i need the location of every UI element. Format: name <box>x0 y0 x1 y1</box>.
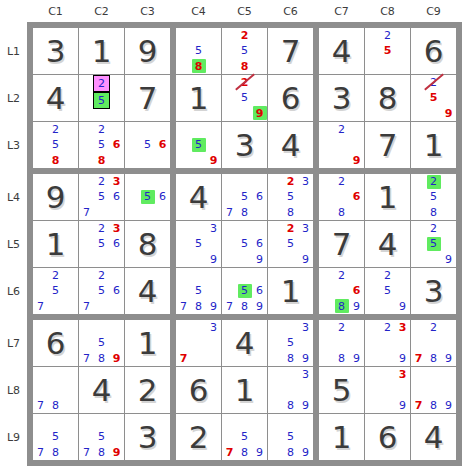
candidate-9[interactable]: 9 <box>253 252 267 266</box>
candidate-3[interactable]: 3 <box>110 222 124 236</box>
pencil-marks: 2689 <box>319 268 364 314</box>
candidate-8[interactable]: 8 <box>192 59 206 73</box>
cell-value: 2 <box>138 375 158 406</box>
candidate-5[interactable]: 5 <box>192 237 206 251</box>
cell-L4C4[interactable]: 4 <box>176 174 221 220</box>
candidate-7[interactable]: 7 <box>223 205 237 219</box>
candidate-8[interactable]: 8 <box>284 351 298 365</box>
cell-L5C7[interactable]: 7 <box>319 221 364 267</box>
cell-L2C8[interactable]: 8 <box>365 75 410 121</box>
candidate-9[interactable]: 9 <box>253 106 267 120</box>
candidate-6[interactable]: 6 <box>253 284 267 298</box>
candidate-7[interactable]: 7 <box>412 351 426 365</box>
candidate-7[interactable]: 7 <box>177 299 191 313</box>
cell-L5C8[interactable]: 4 <box>365 221 410 267</box>
cell-L7C7[interactable]: 289 <box>319 320 364 366</box>
candidate-5[interactable]: 5 <box>427 91 441 105</box>
cell-value: 1 <box>424 130 444 161</box>
cell-value: 1 <box>46 229 66 260</box>
cell-value: 1 <box>378 182 398 213</box>
candidate-8[interactable]: 8 <box>284 205 298 219</box>
candidate-9[interactable]: 9 <box>396 299 410 313</box>
pencil-marks: 259 <box>222 75 267 121</box>
cell-L6C9[interactable]: 3 <box>411 268 456 314</box>
candidate-5[interactable]: 5 <box>238 44 252 58</box>
candidate-9[interactable]: 9 <box>253 299 267 313</box>
candidate-3[interactable]: 3 <box>299 222 313 236</box>
cell-value: 6 <box>46 328 66 359</box>
cell-value: 5 <box>332 375 352 406</box>
candidate-9[interactable]: 9 <box>442 106 456 120</box>
cell-L7C4[interactable]: 37 <box>176 320 221 366</box>
row-label-L6: L6 <box>0 268 27 314</box>
column-label-C3: C3 <box>125 0 170 22</box>
candidate-9[interactable]: 9 <box>299 398 313 412</box>
candidate-3[interactable]: 3 <box>110 175 124 189</box>
row-label-L3: L3 <box>0 122 27 168</box>
candidate-8[interactable]: 8 <box>335 299 349 313</box>
pencil-marks: 5678 <box>222 174 267 220</box>
cell-value: 6 <box>378 422 398 453</box>
cell-L3C3[interactable]: 56 <box>125 122 170 168</box>
candidate-6[interactable]: 6 <box>156 190 170 204</box>
candidate-3[interactable]: 3 <box>396 368 410 382</box>
cell-L1C8[interactable]: 25 <box>365 28 410 74</box>
candidate-9[interactable]: 9 <box>299 445 313 459</box>
candidate-9[interactable]: 9 <box>207 299 221 313</box>
pencil-marks: 239 <box>365 320 410 366</box>
cell-L7C9[interactable]: 2789 <box>411 320 456 366</box>
candidate-9[interactable]: 9 <box>350 153 364 167</box>
pencil-marks: 258 <box>33 122 78 168</box>
cell-L2C3[interactable]: 7 <box>125 75 170 121</box>
candidate-6[interactable]: 6 <box>350 284 364 298</box>
cell-L3C6[interactable]: 4 <box>268 122 313 168</box>
candidate-3[interactable]: 3 <box>207 222 221 236</box>
pencil-marks: 5789 <box>222 414 267 460</box>
candidate-8[interactable]: 8 <box>95 153 109 167</box>
cell-value: 4 <box>46 83 66 114</box>
cell-L6C5[interactable]: 56789 <box>222 268 267 314</box>
candidate-2[interactable]: 2 <box>49 269 63 283</box>
candidate-5[interactable]: 5 <box>192 44 206 58</box>
cell-L8C2[interactable]: 4 <box>79 367 124 413</box>
pencil-marks: 2789 <box>411 320 456 366</box>
candidate-9[interactable]: 9 <box>110 351 124 365</box>
candidate-5[interactable]: 5 <box>95 284 109 298</box>
candidate-2[interactable]: 2 <box>335 175 349 189</box>
cell-L8C1[interactable]: 78 <box>33 367 78 413</box>
cell-L2C5[interactable]: 259 <box>222 75 267 121</box>
pencil-marks: 39 <box>365 367 410 413</box>
candidate-8[interactable]: 8 <box>427 205 441 219</box>
cell-L1C3[interactable]: 9 <box>125 28 170 74</box>
cell-L1C6[interactable]: 7 <box>268 28 313 74</box>
pencil-marks: 2358 <box>268 174 313 220</box>
candidate-6[interactable]: 6 <box>253 190 267 204</box>
pencil-marks: 259 <box>411 75 456 121</box>
candidate-3[interactable]: 3 <box>207 321 221 335</box>
cell-L2C7[interactable]: 3 <box>319 75 364 121</box>
candidate-7[interactable]: 7 <box>80 351 94 365</box>
candidate-2[interactable]: 2 <box>381 29 395 43</box>
cell-L3C8[interactable]: 7 <box>365 122 410 168</box>
candidate-5[interactable]: 5 <box>284 237 298 251</box>
candidate-6[interactable]: 6 <box>156 138 170 152</box>
candidate-5[interactable]: 5 <box>238 237 252 251</box>
candidate-7[interactable]: 7 <box>412 398 426 412</box>
pencil-marks: 2359 <box>268 221 313 267</box>
row-labels: L1L2L3L4L5L6L7L8L9 <box>0 28 27 460</box>
pencil-marks: 37 <box>176 320 221 366</box>
cell-L9C8[interactable]: 6 <box>365 414 410 460</box>
candidate-7[interactable]: 7 <box>34 299 48 313</box>
cell-value: 4 <box>92 375 112 406</box>
candidate-5[interactable]: 5 <box>49 284 63 298</box>
cell-L4C8[interactable]: 1 <box>365 174 410 220</box>
column-label-C1: C1 <box>33 0 78 22</box>
candidate-5[interactable]: 5 <box>238 190 252 204</box>
candidate-2[interactable]: 2 <box>238 76 252 90</box>
pencil-marks: 2568 <box>79 122 124 168</box>
cell-L7C5[interactable]: 4 <box>222 320 267 366</box>
cell-L8C3[interactable]: 2 <box>125 367 170 413</box>
candidate-9[interactable]: 9 <box>299 252 313 266</box>
pencil-marks: 259 <box>365 268 410 314</box>
candidate-2[interactable]: 2 <box>238 29 252 43</box>
pencil-marks: 789 <box>411 367 456 413</box>
cell-L3C2[interactable]: 2568 <box>79 122 124 168</box>
pencil-marks: 268 <box>319 174 364 220</box>
cell-value: 1 <box>235 375 255 406</box>
candidate-5[interactable]: 5 <box>141 190 155 204</box>
candidate-2[interactable]: 2 <box>381 321 395 335</box>
row-label-L5: L5 <box>0 221 27 267</box>
cell-L7C6[interactable]: 3589 <box>268 320 313 366</box>
cell-L9C1[interactable]: 578 <box>33 414 78 460</box>
cell-L2C1[interactable]: 4 <box>33 75 78 121</box>
row-label-L4: L4 <box>0 174 27 220</box>
cell-value: 3 <box>235 130 255 161</box>
pencil-marks: 59 <box>176 122 221 168</box>
candidate-3[interactable]: 3 <box>299 368 313 382</box>
candidate-5[interactable]: 5 <box>284 336 298 350</box>
cell-L5C2[interactable]: 2356 <box>79 221 124 267</box>
candidate-5[interactable]: 5 <box>95 138 109 152</box>
candidate-5[interactable]: 5 <box>93 92 110 109</box>
pencil-marks: 569 <box>222 221 267 267</box>
pencil-marks: 258 <box>222 28 267 74</box>
candidate-5[interactable]: 5 <box>284 190 298 204</box>
pencil-marks: 589 <box>268 414 313 460</box>
candidate-9[interactable]: 9 <box>110 445 124 459</box>
candidate-2[interactable]: 2 <box>427 76 441 90</box>
cell-L3C9[interactable]: 1 <box>411 122 456 168</box>
pencil-marks: 5789 <box>79 320 124 366</box>
candidate-5[interactable]: 5 <box>427 237 441 251</box>
pencil-marks: 25 <box>79 75 124 121</box>
cell-value: 9 <box>46 182 66 213</box>
cell-L1C5[interactable]: 258 <box>222 28 267 74</box>
cell-value: 7 <box>138 83 158 114</box>
candidate-9[interactable]: 9 <box>396 398 410 412</box>
candidate-6[interactable]: 6 <box>110 284 124 298</box>
row-label-L9: L9 <box>0 414 27 460</box>
candidate-8[interactable]: 8 <box>335 351 349 365</box>
cell-L1C2[interactable]: 1 <box>79 28 124 74</box>
candidate-2[interactable]: 2 <box>93 75 110 92</box>
row-label-L2: L2 <box>0 75 27 121</box>
cell-L3C7[interactable]: 29 <box>319 122 364 168</box>
candidate-2[interactable]: 2 <box>427 222 441 236</box>
candidate-8[interactable]: 8 <box>238 59 252 73</box>
candidate-8[interactable]: 8 <box>238 299 252 313</box>
candidate-8[interactable]: 8 <box>427 398 441 412</box>
row-label-L1: L1 <box>0 28 27 74</box>
pencil-marks: 3589 <box>268 320 313 366</box>
cell-value: 4 <box>424 422 444 453</box>
candidate-2[interactable]: 2 <box>427 321 441 335</box>
cell-L8C9[interactable]: 789 <box>411 367 456 413</box>
candidate-5[interactable]: 5 <box>381 44 395 58</box>
cell-L6C3[interactable]: 4 <box>125 268 170 314</box>
candidate-5[interactable]: 5 <box>95 430 109 444</box>
cell-L6C6[interactable]: 1 <box>268 268 313 314</box>
candidate-5[interactable]: 5 <box>284 430 298 444</box>
candidate-2[interactable]: 2 <box>335 123 349 137</box>
candidate-9[interactable]: 9 <box>396 351 410 365</box>
candidate-9[interactable]: 9 <box>442 398 456 412</box>
candidate-2[interactable]: 2 <box>335 269 349 283</box>
candidate-2[interactable]: 2 <box>427 175 441 189</box>
cell-L9C5[interactable]: 5789 <box>222 414 267 460</box>
cell-L6C1[interactable]: 257 <box>33 268 78 314</box>
cell-L9C2[interactable]: 5789 <box>79 414 124 460</box>
candidate-7[interactable]: 7 <box>80 445 94 459</box>
cell-L8C6[interactable]: 389 <box>268 367 313 413</box>
candidate-5[interactable]: 5 <box>192 138 206 152</box>
cell-value: 1 <box>332 422 352 453</box>
cell-value: 8 <box>378 83 398 114</box>
candidate-5[interactable]: 5 <box>141 138 155 152</box>
cell-L7C3[interactable]: 1 <box>125 320 170 366</box>
candidate-3[interactable]: 3 <box>396 321 410 335</box>
cell-L1C9[interactable]: 6 <box>411 28 456 74</box>
candidate-6[interactable]: 6 <box>110 138 124 152</box>
cell-L9C4[interactable]: 2 <box>176 414 221 460</box>
candidate-8[interactable]: 8 <box>238 205 252 219</box>
row-label-L8: L8 <box>0 367 27 413</box>
cell-value: 4 <box>189 182 209 213</box>
candidate-5[interactable]: 5 <box>49 430 63 444</box>
column-label-C6: C6 <box>268 0 313 22</box>
pencil-marks: 58 <box>176 28 221 74</box>
cell-L8C5[interactable]: 1 <box>222 367 267 413</box>
cell-L9C9[interactable]: 4 <box>411 414 456 460</box>
candidate-2[interactable]: 2 <box>95 269 109 283</box>
candidate-7[interactable]: 7 <box>34 445 48 459</box>
candidate-2[interactable]: 2 <box>95 175 109 189</box>
column-label-C4: C4 <box>176 0 221 22</box>
cell-value: 3 <box>424 276 444 307</box>
pencil-marks: 2567 <box>79 268 124 314</box>
cell-L4C5[interactable]: 5678 <box>222 174 267 220</box>
candidate-8[interactable]: 8 <box>427 351 441 365</box>
cell-L2C2[interactable]: 25 <box>79 75 124 121</box>
cell-L5C5[interactable]: 569 <box>222 221 267 267</box>
candidate-6[interactable]: 6 <box>110 237 124 251</box>
candidate-5[interactable]: 5 <box>238 91 252 105</box>
cell-value: 9 <box>138 36 158 67</box>
candidate-2[interactable]: 2 <box>95 123 109 137</box>
candidate-8[interactable]: 8 <box>284 398 298 412</box>
candidate-8[interactable]: 8 <box>238 445 252 459</box>
candidate-7[interactable]: 7 <box>80 205 94 219</box>
candidate-6[interactable]: 6 <box>110 190 124 204</box>
candidate-8[interactable]: 8 <box>49 445 63 459</box>
cell-L9C6[interactable]: 589 <box>268 414 313 460</box>
cell-value: 4 <box>235 328 255 359</box>
candidate-7[interactable]: 7 <box>34 398 48 412</box>
candidate-9[interactable]: 9 <box>299 351 313 365</box>
candidate-8[interactable]: 8 <box>284 445 298 459</box>
cell-L5C4[interactable]: 359 <box>176 221 221 267</box>
cell-L1C7[interactable]: 4 <box>319 28 364 74</box>
cell-value: 1 <box>138 328 158 359</box>
cell-L6C4[interactable]: 5789 <box>176 268 221 314</box>
candidate-5[interactable]: 5 <box>427 190 441 204</box>
cell-L7C8[interactable]: 239 <box>365 320 410 366</box>
candidate-9[interactable]: 9 <box>207 153 221 167</box>
pencil-marks: 258 <box>411 174 456 220</box>
candidate-5[interactable]: 5 <box>238 430 252 444</box>
candidate-7[interactable]: 7 <box>177 351 191 365</box>
candidate-5[interactable]: 5 <box>238 284 252 298</box>
candidate-2[interactable]: 2 <box>284 222 298 236</box>
cell-value: 2 <box>189 422 209 453</box>
candidate-9[interactable]: 9 <box>207 252 221 266</box>
cell-L1C4[interactable]: 58 <box>176 28 221 74</box>
column-label-C5: C5 <box>222 0 267 22</box>
candidate-9[interactable]: 9 <box>350 299 364 313</box>
candidate-5[interactable]: 5 <box>381 284 395 298</box>
cell-L1C1[interactable]: 3 <box>33 28 78 74</box>
pencil-marks: 578 <box>33 414 78 460</box>
candidate-8[interactable]: 8 <box>192 299 206 313</box>
candidate-3[interactable]: 3 <box>299 321 313 335</box>
candidate-7[interactable]: 7 <box>223 299 237 313</box>
sudoku-app-window: C1C2C3C4C5C6C7C8C9 L1L2L3L4L5L6L7L8L9 31… <box>0 0 467 472</box>
cell-L2C6[interactable]: 6 <box>268 75 313 121</box>
cell-L6C8[interactable]: 259 <box>365 268 410 314</box>
candidate-7[interactable]: 7 <box>80 299 94 313</box>
candidate-5[interactable]: 5 <box>192 284 206 298</box>
cell-value: 4 <box>332 36 352 67</box>
column-labels: C1C2C3C4C5C6C7C8C9 <box>33 0 456 22</box>
cell-L4C6[interactable]: 2358 <box>268 174 313 220</box>
cell-L7C2[interactable]: 5789 <box>79 320 124 366</box>
cell-value: 3 <box>332 83 352 114</box>
candidate-7[interactable]: 7 <box>223 445 237 459</box>
cell-L4C2[interactable]: 23567 <box>79 174 124 220</box>
candidate-9[interactable]: 9 <box>253 445 267 459</box>
cell-L4C1[interactable]: 9 <box>33 174 78 220</box>
cell-L5C1[interactable]: 1 <box>33 221 78 267</box>
candidate-2[interactable]: 2 <box>49 123 63 137</box>
candidate-2[interactable]: 2 <box>381 269 395 283</box>
cell-value: 7 <box>378 130 398 161</box>
candidate-8[interactable]: 8 <box>95 445 109 459</box>
pencil-marks: 78 <box>33 367 78 413</box>
cell-L8C4[interactable]: 6 <box>176 367 221 413</box>
pencil-marks: 23567 <box>79 174 124 220</box>
pencil-marks: 29 <box>319 122 364 168</box>
candidate-2[interactable]: 2 <box>95 222 109 236</box>
candidate-2[interactable]: 2 <box>284 175 298 189</box>
cell-L5C3[interactable]: 8 <box>125 221 170 267</box>
candidate-3[interactable]: 3 <box>299 175 313 189</box>
column-label-C8: C8 <box>365 0 410 22</box>
pencil-marks: 56 <box>125 174 170 220</box>
pencil-marks: 289 <box>319 320 364 366</box>
pencil-marks: 56 <box>125 122 170 168</box>
cell-value: 6 <box>189 375 209 406</box>
cell-L3C5[interactable]: 3 <box>222 122 267 168</box>
candidate-9[interactable]: 9 <box>442 252 456 266</box>
cell-L8C7[interactable]: 5 <box>319 367 364 413</box>
pencil-marks: 25 <box>365 28 410 74</box>
cell-L8C8[interactable]: 39 <box>365 367 410 413</box>
cell-value: 3 <box>138 422 158 453</box>
cell-value: 4 <box>138 276 158 307</box>
pencil-marks: 359 <box>176 221 221 267</box>
cell-L9C3[interactable]: 3 <box>125 414 170 460</box>
candidate-8[interactable]: 8 <box>49 153 63 167</box>
candidate-6[interactable]: 6 <box>350 190 364 204</box>
candidate-5[interactable]: 5 <box>95 336 109 350</box>
candidate-8[interactable]: 8 <box>95 351 109 365</box>
candidate-2[interactable]: 2 <box>335 321 349 335</box>
cell-L2C9[interactable]: 259 <box>411 75 456 121</box>
cell-L9C7[interactable]: 1 <box>319 414 364 460</box>
cell-L7C1[interactable]: 6 <box>33 320 78 366</box>
candidate-5[interactable]: 5 <box>49 138 63 152</box>
cell-L5C6[interactable]: 2359 <box>268 221 313 267</box>
cell-L5C9[interactable]: 259 <box>411 221 456 267</box>
cell-L4C3[interactable]: 56 <box>125 174 170 220</box>
candidate-5[interactable]: 5 <box>95 190 109 204</box>
cell-L6C7[interactable]: 2689 <box>319 268 364 314</box>
cell-value: 6 <box>424 36 444 67</box>
pencil-marks: 259 <box>411 221 456 267</box>
pencil-marks: 5789 <box>176 268 221 314</box>
cell-L6C2[interactable]: 2567 <box>79 268 124 314</box>
candidate-9[interactable]: 9 <box>350 351 364 365</box>
cell-L3C1[interactable]: 258 <box>33 122 78 168</box>
candidate-8[interactable]: 8 <box>335 205 349 219</box>
candidate-8[interactable]: 8 <box>49 398 63 412</box>
candidate-6[interactable]: 6 <box>253 237 267 251</box>
cell-L4C9[interactable]: 258 <box>411 174 456 220</box>
cell-L3C4[interactable]: 59 <box>176 122 221 168</box>
candidate-9[interactable]: 9 <box>442 351 456 365</box>
cell-L2C4[interactable]: 1 <box>176 75 221 121</box>
pencil-marks: 56789 <box>222 268 267 314</box>
cell-value: 7 <box>332 229 352 260</box>
cell-L4C7[interactable]: 268 <box>319 174 364 220</box>
cell-value: 4 <box>281 130 301 161</box>
candidate-5[interactable]: 5 <box>95 237 109 251</box>
